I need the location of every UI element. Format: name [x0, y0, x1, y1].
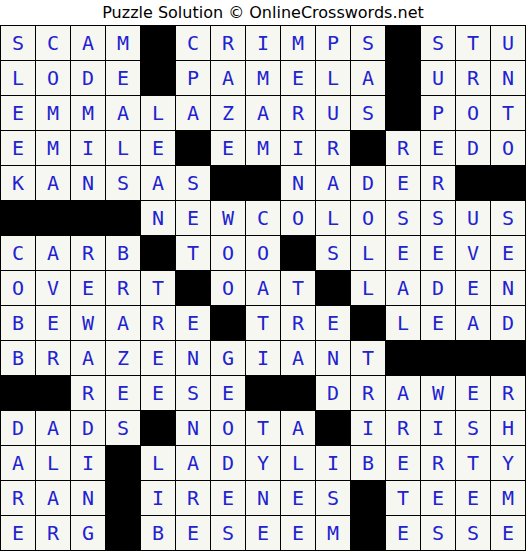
grid-cell: I — [281, 131, 315, 165]
puzzle-solution-page: Puzzle Solution © OnlineCrosswords.net S… — [0, 0, 526, 551]
grid-cell: A — [386, 271, 420, 305]
grid-cell: E — [141, 376, 175, 410]
grid-cell: U — [421, 61, 455, 95]
grid-cell: T — [351, 341, 385, 375]
grid-cell: E — [1, 131, 35, 165]
grid-cell: A — [246, 271, 280, 305]
grid-cell: E — [456, 271, 490, 305]
block-cell — [351, 481, 385, 515]
grid-cell: O — [351, 201, 385, 235]
grid-cell: S — [421, 516, 455, 550]
block-cell — [106, 201, 140, 235]
grid-cell: H — [491, 411, 525, 445]
grid-cell: N — [71, 166, 105, 200]
grid-cell: A — [106, 96, 140, 130]
grid-cell: S — [106, 411, 140, 445]
block-cell — [1, 201, 35, 235]
grid-cell: E — [141, 341, 175, 375]
grid-cell: R — [386, 411, 420, 445]
grid-cell: T — [456, 446, 490, 480]
grid-cell: T — [176, 236, 210, 270]
grid-cell: O — [491, 131, 525, 165]
grid-cell: L — [281, 446, 315, 480]
block-cell — [351, 131, 385, 165]
grid-cell: N — [176, 411, 210, 445]
grid-cell: N — [491, 271, 525, 305]
grid-cell: D — [1, 411, 35, 445]
grid-cell: R — [1, 481, 35, 515]
grid-cell: E — [246, 516, 280, 550]
grid-cell: E — [176, 516, 210, 550]
grid-cell: A — [211, 61, 245, 95]
block-cell — [491, 341, 525, 375]
grid-cell: O — [281, 201, 315, 235]
grid-cell: C — [1, 236, 35, 270]
grid-cell: T — [281, 271, 315, 305]
block-cell — [386, 26, 420, 60]
grid-cell: E — [386, 166, 420, 200]
grid-cell: G — [71, 516, 105, 550]
grid-cell: D — [211, 446, 245, 480]
grid-cell: E — [141, 131, 175, 165]
grid-cell: S — [106, 166, 140, 200]
grid-cell: N — [281, 166, 315, 200]
grid-cell: I — [351, 411, 385, 445]
block-cell — [316, 411, 350, 445]
grid-cell: A — [106, 306, 140, 340]
grid-cell: L — [386, 306, 420, 340]
grid-cell: S — [316, 236, 350, 270]
block-cell — [141, 61, 175, 95]
grid-cell: A — [316, 166, 350, 200]
grid-cell: E — [106, 61, 140, 95]
block-cell — [351, 306, 385, 340]
grid-cell: S — [421, 26, 455, 60]
block-cell — [456, 341, 490, 375]
grid-cell: S — [1, 26, 35, 60]
grid-cell: N — [176, 341, 210, 375]
grid-cell: A — [456, 306, 490, 340]
grid-cell: R — [351, 376, 385, 410]
grid-cell: A — [281, 411, 315, 445]
grid-cell: S — [211, 516, 245, 550]
grid-cell: T — [141, 271, 175, 305]
grid-cell: L — [316, 61, 350, 95]
grid-cell: Z — [106, 341, 140, 375]
grid-cell: A — [71, 341, 105, 375]
grid-cell: R — [491, 376, 525, 410]
grid-cell: A — [71, 26, 105, 60]
grid-cell: R — [386, 131, 420, 165]
grid-cell: S — [351, 96, 385, 130]
grid-cell: E — [386, 516, 420, 550]
block-cell — [351, 516, 385, 550]
grid-cell: M — [491, 481, 525, 515]
grid-cell: E — [421, 236, 455, 270]
grid-cell: A — [246, 96, 280, 130]
grid-cell: O — [456, 96, 490, 130]
grid-cell: E — [1, 96, 35, 130]
block-cell — [176, 131, 210, 165]
grid-cell: B — [106, 236, 140, 270]
grid-cell: D — [456, 131, 490, 165]
grid-cell: C — [176, 26, 210, 60]
grid-cell: O — [211, 271, 245, 305]
grid-cell: M — [246, 131, 280, 165]
grid-cell: M — [246, 61, 280, 95]
grid-cell: B — [1, 306, 35, 340]
grid-cell: D — [351, 166, 385, 200]
grid-cell: U — [456, 201, 490, 235]
block-cell — [246, 376, 280, 410]
grid-cell: G — [211, 341, 245, 375]
grid-cell: E — [421, 306, 455, 340]
grid-cell: A — [176, 446, 210, 480]
grid-cell: L — [316, 201, 350, 235]
grid-cell: E — [456, 376, 490, 410]
grid-cell: C — [36, 26, 70, 60]
grid-cell: R — [71, 376, 105, 410]
block-cell — [316, 271, 350, 305]
block-cell — [106, 481, 140, 515]
grid-cell: B — [351, 446, 385, 480]
grid-cell: O — [36, 61, 70, 95]
grid-cell: R — [281, 96, 315, 130]
grid-cell: R — [36, 341, 70, 375]
grid-cell: Y — [246, 446, 280, 480]
grid-cell: T — [456, 26, 490, 60]
grid-cell: N — [491, 61, 525, 95]
grid-cell: S — [176, 166, 210, 200]
grid-cell: I — [71, 131, 105, 165]
grid-cell: L — [141, 96, 175, 130]
grid-cell: L — [1, 61, 35, 95]
grid-cell: T — [246, 306, 280, 340]
grid-cell: A — [36, 166, 70, 200]
grid-cell: D — [421, 271, 455, 305]
grid-cell: B — [1, 341, 35, 375]
block-cell — [491, 166, 525, 200]
grid-cell: E — [491, 516, 525, 550]
grid-cell: R — [421, 166, 455, 200]
grid-cell: I — [246, 26, 280, 60]
grid-cell: E — [211, 131, 245, 165]
block-cell — [106, 516, 140, 550]
grid-cell: W — [71, 306, 105, 340]
grid-cell: R — [71, 236, 105, 270]
grid-cell: S — [421, 201, 455, 235]
grid-cell: I — [316, 446, 350, 480]
grid-cell: S — [456, 516, 490, 550]
block-cell — [211, 166, 245, 200]
grid-cell: R — [141, 306, 175, 340]
grid-cell: Z — [211, 96, 245, 130]
grid-cell: L — [106, 131, 140, 165]
block-cell — [36, 201, 70, 235]
grid-cell: T — [246, 411, 280, 445]
grid-cell: A — [141, 166, 175, 200]
grid-cell: E — [421, 481, 455, 515]
block-cell — [421, 341, 455, 375]
block-cell — [386, 61, 420, 95]
grid-cell: R — [106, 271, 140, 305]
grid-cell: R — [211, 26, 245, 60]
grid-cell: E — [386, 446, 420, 480]
grid-cell: S — [351, 26, 385, 60]
grid-cell: V — [36, 271, 70, 305]
grid-cell: O — [211, 411, 245, 445]
block-cell — [386, 96, 420, 130]
grid-cell: E — [456, 481, 490, 515]
grid-cell: N — [141, 201, 175, 235]
grid-cell: R — [281, 306, 315, 340]
grid-cell: A — [36, 236, 70, 270]
grid-cell: N — [246, 481, 280, 515]
grid-cell: W — [421, 376, 455, 410]
grid-cell: E — [491, 236, 525, 270]
block-cell — [386, 341, 420, 375]
grid-cell: U — [491, 26, 525, 60]
page-title: Puzzle Solution © OnlineCrosswords.net — [0, 0, 526, 25]
grid-cell: D — [71, 61, 105, 95]
grid-cell: S — [176, 376, 210, 410]
block-cell — [71, 201, 105, 235]
block-cell — [281, 376, 315, 410]
grid-cell: M — [71, 96, 105, 130]
grid-cell: D — [71, 411, 105, 445]
grid-cell: E — [281, 481, 315, 515]
grid-cell: K — [1, 166, 35, 200]
grid-cell: D — [491, 306, 525, 340]
block-cell — [141, 236, 175, 270]
grid-cell: B — [141, 516, 175, 550]
grid-cell: C — [246, 201, 280, 235]
grid-cell: D — [316, 376, 350, 410]
block-cell — [141, 26, 175, 60]
grid-cell: P — [176, 61, 210, 95]
grid-cell: N — [71, 481, 105, 515]
grid-cell: P — [421, 96, 455, 130]
grid-cell: R — [456, 61, 490, 95]
grid-cell: E — [106, 376, 140, 410]
grid-cell: E — [316, 306, 350, 340]
grid-cell: N — [316, 341, 350, 375]
grid-cell: I — [246, 341, 280, 375]
grid-cell: L — [351, 236, 385, 270]
grid-cell: T — [386, 481, 420, 515]
block-cell — [211, 306, 245, 340]
grid-cell: E — [421, 131, 455, 165]
grid-cell: L — [36, 446, 70, 480]
grid-cell: L — [351, 271, 385, 305]
grid-cell: I — [71, 446, 105, 480]
grid-cell: E — [281, 61, 315, 95]
grid-cell: A — [1, 446, 35, 480]
grid-cell: W — [211, 201, 245, 235]
grid-cell: R — [36, 516, 70, 550]
grid-cell: L — [141, 446, 175, 480]
block-cell — [106, 446, 140, 480]
grid-cell: V — [456, 236, 490, 270]
grid-cell: E — [36, 306, 70, 340]
grid-cell: E — [281, 516, 315, 550]
grid-cell: R — [176, 481, 210, 515]
grid-cell: A — [36, 411, 70, 445]
grid-cell: M — [316, 516, 350, 550]
grid-cell: T — [491, 96, 525, 130]
block-cell — [246, 166, 280, 200]
grid-cell: A — [176, 96, 210, 130]
grid-cell: E — [211, 376, 245, 410]
grid-cell: A — [386, 376, 420, 410]
grid-cell: E — [386, 236, 420, 270]
grid-cell: E — [71, 271, 105, 305]
grid-cell: O — [211, 236, 245, 270]
grid-cell: A — [281, 341, 315, 375]
grid-cell: P — [316, 26, 350, 60]
block-cell — [456, 166, 490, 200]
grid-cell: M — [281, 26, 315, 60]
grid-cell: U — [316, 96, 350, 130]
block-cell — [36, 376, 70, 410]
grid-cell: I — [141, 481, 175, 515]
grid-cell: S — [491, 201, 525, 235]
grid-cell: S — [386, 201, 420, 235]
grid-cell: A — [36, 481, 70, 515]
grid-cell: O — [1, 271, 35, 305]
grid-cell: O — [246, 236, 280, 270]
grid-cell: E — [1, 516, 35, 550]
grid-cell: E — [211, 481, 245, 515]
grid-cell: Y — [491, 446, 525, 480]
grid-cell: M — [36, 96, 70, 130]
grid-cell: A — [351, 61, 385, 95]
grid-cell: M — [36, 131, 70, 165]
block-cell — [281, 236, 315, 270]
grid-cell: R — [316, 131, 350, 165]
grid-cell: M — [106, 26, 140, 60]
grid-cell: I — [421, 411, 455, 445]
crossword-grid: SCAMCRIMPSSTULODEPAMELAURNEMMALAZARUSPOT… — [0, 25, 526, 551]
block-cell — [141, 411, 175, 445]
grid-cell: S — [456, 411, 490, 445]
grid-cell: E — [176, 201, 210, 235]
grid-cell: S — [316, 481, 350, 515]
grid-cell: R — [421, 446, 455, 480]
block-cell — [176, 271, 210, 305]
grid-cell: E — [176, 306, 210, 340]
block-cell — [1, 376, 35, 410]
